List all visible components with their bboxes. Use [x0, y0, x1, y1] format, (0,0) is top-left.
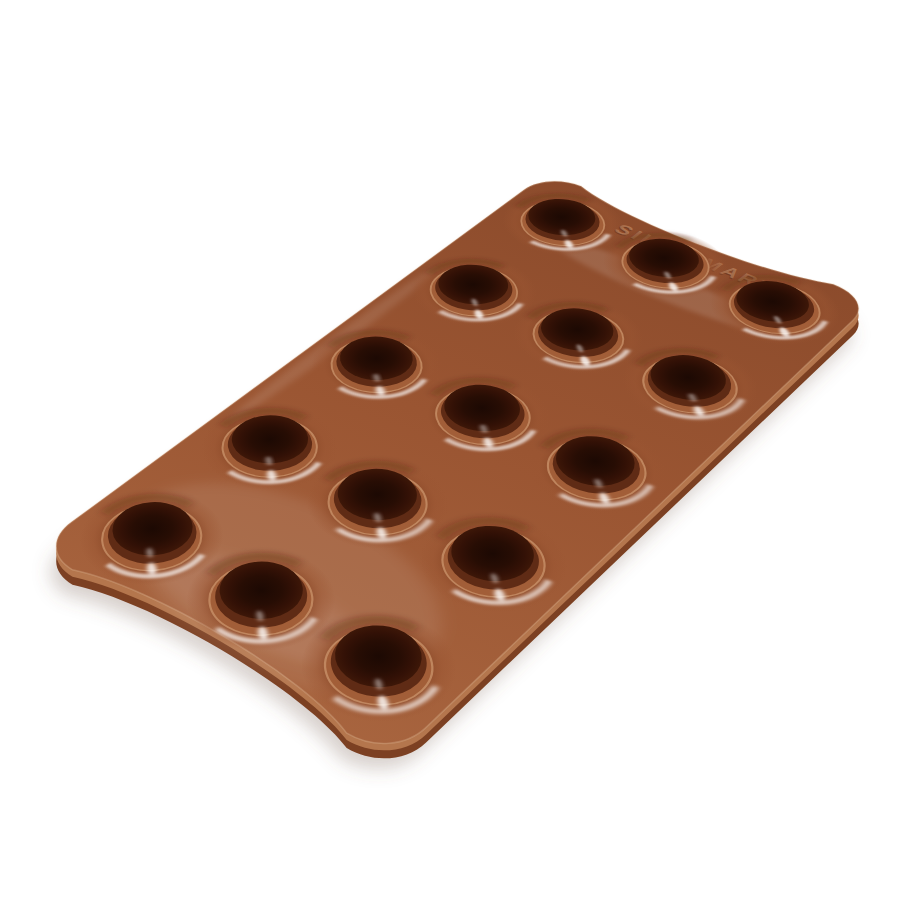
mould-tray: SILIKOMART®SILIKOMART® [50, 178, 863, 770]
product-photo: SILIKOMART®SILIKOMART® [0, 0, 900, 900]
photo-background: SILIKOMART®SILIKOMART® [0, 0, 900, 900]
